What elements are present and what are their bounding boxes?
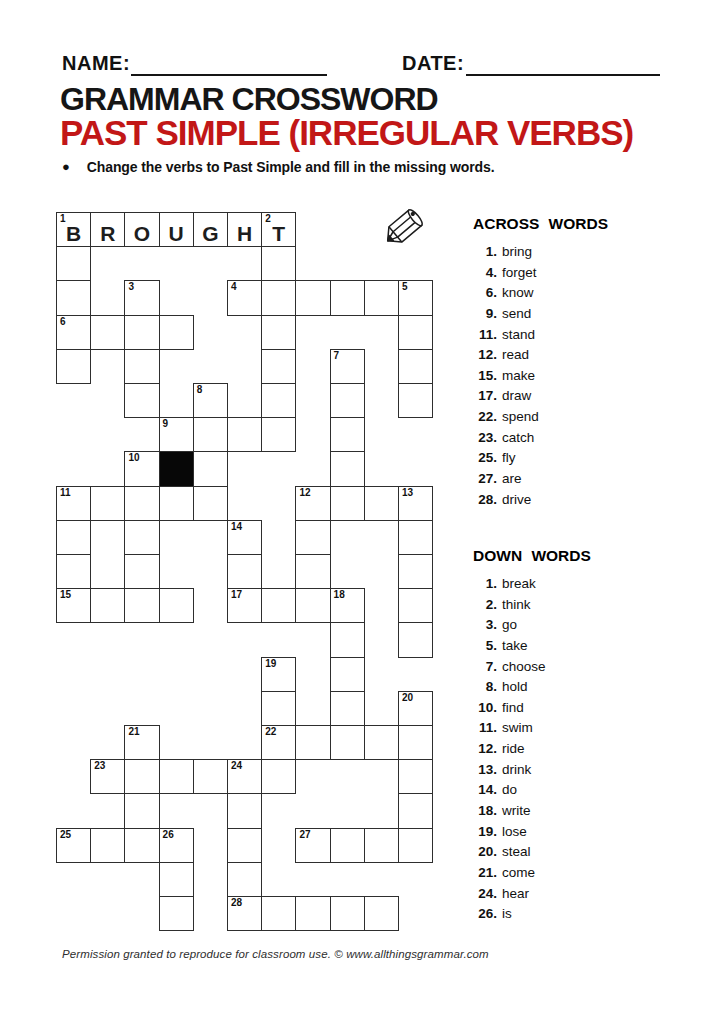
- grid-cell-r11c11[interactable]: [398, 554, 433, 589]
- clue-item-word: are: [502, 471, 522, 486]
- clue-item: 14.do: [473, 780, 703, 801]
- clue-item-number: 21.: [473, 863, 497, 884]
- grid-cell-black: [159, 451, 194, 486]
- grid-cell-r3c10[interactable]: [364, 280, 399, 315]
- clue-item-word: do: [502, 782, 517, 797]
- clue-item-word: find: [502, 700, 524, 715]
- clue-item: 17.draw: [473, 386, 703, 407]
- clue-item-word: think: [502, 597, 531, 612]
- down-words-heading: DOWN WORDS: [473, 547, 703, 565]
- grid-cell-r17c6[interactable]: 24: [227, 759, 262, 794]
- grid-cell-r5c11[interactable]: [398, 349, 433, 384]
- clue-item: 6.know: [473, 283, 703, 304]
- grid-cell-r18c6[interactable]: [227, 793, 262, 828]
- clue-item: 7.choose: [473, 657, 703, 678]
- clue-number: 15: [60, 590, 71, 600]
- grid-cell-r2c1[interactable]: [56, 246, 91, 281]
- clue-item-number: 14.: [473, 780, 497, 801]
- clue-item-word: bring: [502, 244, 532, 259]
- grid-cell-r18c3[interactable]: [124, 793, 159, 828]
- grid-cell-r5c3[interactable]: [124, 349, 159, 384]
- grid-cell-r21c4[interactable]: [159, 896, 194, 931]
- clue-item: 12.ride: [473, 739, 703, 760]
- grid-cell-r12c9[interactable]: 18: [330, 588, 365, 623]
- clue-number: 25: [60, 830, 71, 840]
- clue-item-word: forget: [502, 265, 537, 280]
- grid-cell-r19c3[interactable]: [124, 828, 159, 863]
- grid-cell-r3c3[interactable]: 3: [124, 280, 159, 315]
- grid-cell-r4c2[interactable]: [90, 315, 125, 350]
- grid-cell-r17c5[interactable]: [193, 759, 228, 794]
- grid-cell-r12c8[interactable]: [295, 588, 330, 623]
- down-clue-list: 1.break2.think3.go5.take7.choose8.hold10…: [473, 574, 703, 925]
- grid-cell-r21c7[interactable]: [261, 896, 296, 931]
- clue-item: 4.forget: [473, 263, 703, 284]
- clue-number: 22: [265, 727, 276, 737]
- worksheet-subtitle: PAST SIMPLE (IRREGULAR VERBS): [60, 113, 633, 153]
- grid-cell-r16c7[interactable]: 22: [261, 725, 296, 760]
- grid-cell-r4c3[interactable]: [124, 315, 159, 350]
- grid-cell-r21c8[interactable]: [295, 896, 330, 931]
- grid-cell-r16c8[interactable]: [295, 725, 330, 760]
- clue-item-word: stand: [502, 327, 535, 342]
- clue-item-number: 28.: [473, 490, 497, 511]
- grid-cell-r14c7[interactable]: 19: [261, 657, 296, 692]
- grid-cell-r3c7[interactable]: [261, 280, 296, 315]
- clue-item: 8.hold: [473, 677, 703, 698]
- clue-item-number: 19.: [473, 822, 497, 843]
- clue-item: 3.go: [473, 615, 703, 636]
- grid-cell-r19c1[interactable]: 25: [56, 828, 91, 863]
- clue-item-number: 17.: [473, 386, 497, 407]
- grid-cell-r1c4[interactable]: U: [159, 212, 194, 247]
- clue-item-word: steal: [502, 844, 531, 859]
- instruction-text: Change the verbs to Past Simple and fill…: [87, 159, 495, 175]
- grid-cell-r13c9[interactable]: [330, 622, 365, 657]
- grid-cell-r11c8[interactable]: [295, 554, 330, 589]
- clue-item-word: fly: [502, 450, 516, 465]
- bullet-icon: ●: [62, 159, 70, 174]
- clue-number: 4: [231, 282, 237, 292]
- grid-cell-r18c11[interactable]: [398, 793, 433, 828]
- grid-cell-r3c6[interactable]: 4: [227, 280, 262, 315]
- grid-cell-r1c1[interactable]: 1B: [56, 212, 91, 247]
- grid-cell-r19c6[interactable]: [227, 828, 262, 863]
- grid-cell-r3c8[interactable]: [295, 280, 330, 315]
- grid-cell-r11c6[interactable]: [227, 554, 262, 589]
- grid-cell-r17c7[interactable]: [261, 759, 296, 794]
- grid-cell-r3c11[interactable]: 5: [398, 280, 433, 315]
- across-clue-list: 1.bring4.forget6.know9.send11.stand12.re…: [473, 242, 703, 510]
- clue-item: 18.write: [473, 801, 703, 822]
- clue-item: 10.find: [473, 698, 703, 719]
- clue-item-number: 11.: [473, 325, 497, 346]
- grid-cell-r10c11[interactable]: [398, 520, 433, 555]
- grid-cell-r15c7[interactable]: [261, 691, 296, 726]
- grid-cell-r9c5[interactable]: [193, 486, 228, 521]
- grid-cell-r6c5[interactable]: 8: [193, 383, 228, 418]
- clue-item-number: 9.: [473, 304, 497, 325]
- down-panel: DOWN WORDS 1.break2.think3.go5.take7.cho…: [473, 547, 703, 925]
- clue-number: 6: [60, 317, 66, 327]
- clue-item: 25.fly: [473, 448, 703, 469]
- grid-cell-r17c3[interactable]: [124, 759, 159, 794]
- grid-cell-r20c6[interactable]: [227, 862, 262, 897]
- crossword-grid: 1BROUGH2T3456789101112131415171819202122…: [56, 212, 434, 932]
- clue-item-word: swim: [502, 720, 533, 735]
- grid-cell-r5c1[interactable]: [56, 349, 91, 384]
- grid-cell-r10c1[interactable]: [56, 520, 91, 555]
- pencil-icon: [378, 203, 430, 253]
- grid-cell-r12c1[interactable]: 15: [56, 588, 91, 623]
- clue-item-word: drive: [502, 492, 531, 507]
- grid-cell-r19c11[interactable]: [398, 828, 433, 863]
- grid-cell-r12c6[interactable]: 17: [227, 588, 262, 623]
- clue-item-number: 15.: [473, 366, 497, 387]
- grid-cell-r11c3[interactable]: [124, 554, 159, 589]
- grid-cell-r1c3[interactable]: O: [124, 212, 159, 247]
- clue-number: 11: [60, 488, 71, 498]
- grid-cell-r6c11[interactable]: [398, 383, 433, 418]
- clue-number: 14: [231, 522, 242, 532]
- clue-item-word: is: [502, 906, 512, 921]
- cell-letter: T: [262, 223, 295, 244]
- clue-item-number: 27.: [473, 469, 497, 490]
- clue-number: 13: [402, 488, 413, 498]
- grid-cell-r4c7[interactable]: [261, 315, 296, 350]
- clue-number: 12: [299, 488, 310, 498]
- clue-item: 9.send: [473, 304, 703, 325]
- clue-item-number: 7.: [473, 657, 497, 678]
- name-blank-field[interactable]: [131, 73, 327, 76]
- grid-cell-r15c9[interactable]: [330, 691, 365, 726]
- grid-cell-r12c4[interactable]: [159, 588, 194, 623]
- grid-cell-r9c2[interactable]: [90, 486, 125, 521]
- grid-cell-r6c7[interactable]: [261, 383, 296, 418]
- clue-item-number: 2.: [473, 595, 497, 616]
- clue-item-number: 3.: [473, 615, 497, 636]
- clue-item-number: 23.: [473, 428, 497, 449]
- grid-cell-r9c4[interactable]: [159, 486, 194, 521]
- clue-item-word: ride: [502, 741, 525, 756]
- clue-item-word: choose: [502, 659, 546, 674]
- cell-letter: U: [160, 223, 193, 244]
- date-blank-field[interactable]: [466, 73, 660, 76]
- clue-number: 27: [299, 830, 310, 840]
- clue-number: 17: [231, 590, 242, 600]
- clue-item-number: 1.: [473, 574, 497, 595]
- grid-cell-r4c11[interactable]: [398, 315, 433, 350]
- grid-cell-r8c9[interactable]: [330, 451, 365, 486]
- across-panel: ACROSS WORDS 1.bring4.forget6.know9.send…: [473, 215, 703, 510]
- grid-cell-r3c1[interactable]: [56, 280, 91, 315]
- clue-number: 7: [334, 351, 340, 361]
- clue-item-word: go: [502, 617, 517, 632]
- grid-cell-r4c4[interactable]: [159, 315, 194, 350]
- footer-credit: Permission granted to reproduce for clas…: [62, 948, 489, 960]
- clue-number: 20: [402, 693, 413, 703]
- grid-cell-r9c9[interactable]: [330, 486, 365, 521]
- clue-item: 20.steal: [473, 842, 703, 863]
- clue-number: 24: [231, 761, 242, 771]
- grid-cell-r12c11[interactable]: [398, 588, 433, 623]
- clue-item-word: take: [502, 638, 528, 653]
- grid-cell-r1c7[interactable]: 2T: [261, 212, 296, 247]
- clue-item-number: 22.: [473, 407, 497, 428]
- clue-number: 19: [265, 659, 276, 669]
- grid-cell-r11c1[interactable]: [56, 554, 91, 589]
- clue-item-word: send: [502, 306, 531, 321]
- grid-cell-r19c2[interactable]: [90, 828, 125, 863]
- grid-cell-r8c5[interactable]: [193, 451, 228, 486]
- grid-cell-r5c9[interactable]: 7: [330, 349, 365, 384]
- grid-cell-r7c4[interactable]: 9: [159, 417, 194, 452]
- grid-cell-r6c3[interactable]: [124, 383, 159, 418]
- clue-item-number: 25.: [473, 448, 497, 469]
- grid-cell-r16c10[interactable]: [364, 725, 399, 760]
- grid-cell-r15c11[interactable]: 20: [398, 691, 433, 726]
- clue-number: 8: [197, 385, 203, 395]
- grid-cell-r19c4[interactable]: 26: [159, 828, 194, 863]
- grid-cell-r1c5[interactable]: G: [193, 212, 228, 247]
- grid-cell-r16c3[interactable]: 21: [124, 725, 159, 760]
- clue-item-number: 11.: [473, 718, 497, 739]
- grid-cell-r20c4[interactable]: [159, 862, 194, 897]
- clue-item-word: lose: [502, 824, 527, 839]
- grid-cell-r12c7[interactable]: [261, 588, 296, 623]
- clue-item-word: spend: [502, 409, 539, 424]
- grid-cell-r9c8[interactable]: 12: [295, 486, 330, 521]
- clue-item-number: 12.: [473, 739, 497, 760]
- grid-cell-r9c10[interactable]: [364, 486, 399, 521]
- clue-item: 19.lose: [473, 822, 703, 843]
- clue-item: 27.are: [473, 469, 703, 490]
- grid-cell-r10c3[interactable]: [124, 520, 159, 555]
- clue-item: 1.break: [473, 574, 703, 595]
- grid-cell-r7c9[interactable]: [330, 417, 365, 452]
- clue-item: 21.come: [473, 863, 703, 884]
- cell-letter: R: [91, 223, 124, 244]
- grid-cell-r19c9[interactable]: [330, 828, 365, 863]
- clue-item: 12.read: [473, 345, 703, 366]
- grid-cell-r12c2[interactable]: [90, 588, 125, 623]
- grid-cell-r3c9[interactable]: [330, 280, 365, 315]
- grid-cell-r9c3[interactable]: [124, 486, 159, 521]
- clue-item: 22.spend: [473, 407, 703, 428]
- grid-cell-r17c2[interactable]: 23: [90, 759, 125, 794]
- clue-item: 11.stand: [473, 325, 703, 346]
- clue-item-number: 20.: [473, 842, 497, 863]
- grid-cell-r6c9[interactable]: [330, 383, 365, 418]
- grid-cell-r7c7[interactable]: [261, 417, 296, 452]
- grid-cell-r5c7[interactable]: [261, 349, 296, 384]
- grid-cell-r16c9[interactable]: [330, 725, 365, 760]
- clue-item-word: catch: [502, 430, 534, 445]
- clue-item-number: 26.: [473, 904, 497, 925]
- clue-item: 1.bring: [473, 242, 703, 263]
- date-label: DATE:: [402, 52, 464, 75]
- clue-item-number: 1.: [473, 242, 497, 263]
- clue-item-word: come: [502, 865, 535, 880]
- cell-letter: B: [57, 223, 90, 244]
- grid-cell-r19c10[interactable]: [364, 828, 399, 863]
- clue-item-word: write: [502, 803, 531, 818]
- clue-number: 21: [128, 727, 139, 737]
- grid-cell-r17c11[interactable]: [398, 759, 433, 794]
- grid-cell-r9c11[interactable]: 13: [398, 486, 433, 521]
- clue-item-number: 12.: [473, 345, 497, 366]
- clue-number: 5: [402, 282, 408, 292]
- clue-item-number: 4.: [473, 263, 497, 284]
- grid-cell-r13c11[interactable]: [398, 622, 433, 657]
- clue-number: 26: [163, 830, 174, 840]
- clue-item-number: 24.: [473, 884, 497, 905]
- clue-item-word: read: [502, 347, 529, 362]
- clue-item-number: 6.: [473, 283, 497, 304]
- clue-number: 10: [128, 453, 139, 463]
- clue-number: 18: [334, 590, 345, 600]
- clue-item-word: hold: [502, 679, 528, 694]
- clue-item: 2.think: [473, 595, 703, 616]
- grid-cell-r10c6[interactable]: 14: [227, 520, 262, 555]
- grid-cell-r1c6[interactable]: H: [227, 212, 262, 247]
- worksheet-page: NAME: DATE: GRAMMAR CROSSWORD PAST SIMPL…: [0, 0, 723, 1024]
- name-label: NAME:: [62, 52, 130, 75]
- clue-item-word: drink: [502, 762, 531, 777]
- clue-number: 3: [128, 282, 134, 292]
- clue-item-number: 5.: [473, 636, 497, 657]
- grid-cell-r21c6[interactable]: 28: [227, 896, 262, 931]
- grid-cell-r7c5[interactable]: [193, 417, 228, 452]
- clue-item: 5.take: [473, 636, 703, 657]
- clue-item: 24.hear: [473, 884, 703, 905]
- grid-cell-r7c6[interactable]: [227, 417, 262, 452]
- grid-cell-r14c9[interactable]: [330, 657, 365, 692]
- grid-cell-r17c4[interactable]: [159, 759, 194, 794]
- grid-cell-r8c3[interactable]: 10: [124, 451, 159, 486]
- grid-cell-r21c9[interactable]: [330, 896, 365, 931]
- grid-cell-r12c3[interactable]: [124, 588, 159, 623]
- clue-number: 28: [231, 898, 242, 908]
- clue-item-word: know: [502, 285, 534, 300]
- grid-cell-r1c2[interactable]: R: [90, 212, 125, 247]
- grid-cell-r10c8[interactable]: [295, 520, 330, 555]
- grid-cell-r16c11[interactable]: [398, 725, 433, 760]
- cell-letter: H: [228, 223, 261, 244]
- clue-item: 26.is: [473, 904, 703, 925]
- clue-item-word: make: [502, 368, 535, 383]
- clue-item-number: 18.: [473, 801, 497, 822]
- clue-item: 15.make: [473, 366, 703, 387]
- grid-cell-r4c1[interactable]: 6: [56, 315, 91, 350]
- grid-cell-r21c10[interactable]: [364, 896, 399, 931]
- clue-item-number: 13.: [473, 760, 497, 781]
- clue-item-word: break: [502, 576, 536, 591]
- clue-item: 23.catch: [473, 428, 703, 449]
- across-words-heading: ACROSS WORDS: [473, 215, 703, 233]
- cell-letter: O: [125, 223, 158, 244]
- grid-cell-r9c1[interactable]: 11: [56, 486, 91, 521]
- clue-item-number: 10.: [473, 698, 497, 719]
- cell-letter: G: [194, 223, 227, 244]
- grid-cell-r19c8[interactable]: 27: [295, 828, 330, 863]
- clue-item-word: draw: [502, 388, 531, 403]
- instruction-line: ●Change the verbs to Past Simple and fil…: [62, 159, 494, 175]
- clue-item: 13.drink: [473, 760, 703, 781]
- clue-item-word: hear: [502, 886, 529, 901]
- clue-item: 28.drive: [473, 490, 703, 511]
- clue-item: 11.swim: [473, 718, 703, 739]
- grid-cell-r2c7[interactable]: [261, 246, 296, 281]
- clue-number: 23: [94, 761, 105, 771]
- clue-item-number: 8.: [473, 677, 497, 698]
- clue-number: 9: [163, 419, 169, 429]
